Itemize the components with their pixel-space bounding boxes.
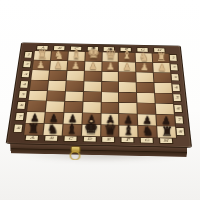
square — [137, 93, 155, 103]
square: ♟ — [67, 61, 84, 71]
rank-label: 3 — [21, 70, 31, 77]
white-pawn: ♟ — [137, 62, 154, 72]
square — [49, 70, 66, 80]
finial — [108, 121, 111, 124]
finial — [89, 119, 92, 122]
square — [155, 83, 172, 93]
square — [47, 91, 65, 101]
rank-label-cell: 1 — [23, 50, 34, 60]
square: ♟ — [153, 63, 170, 73]
file-label: B — [44, 135, 58, 141]
white-pawn: ♟ — [85, 61, 102, 71]
box-lid-seam — [10, 148, 187, 153]
rank-label: 5 — [18, 91, 28, 99]
square — [119, 72, 136, 82]
brass-clasp — [70, 146, 79, 152]
square — [31, 70, 49, 80]
square — [101, 103, 118, 114]
square: ♟ — [102, 62, 118, 72]
finial — [92, 46, 95, 48]
black-queen: ♛ — [101, 122, 119, 137]
rank-label: 4 — [19, 80, 29, 88]
square — [101, 92, 118, 102]
file-label: D — [82, 136, 96, 142]
rank-label: 2 — [22, 61, 32, 68]
square — [84, 71, 101, 81]
square — [66, 71, 83, 81]
board-frame: ABCDEFGH ABCDEFGH 12345678 12345678 ♜♞♝♚… — [7, 43, 191, 147]
square: ♞ — [138, 126, 156, 138]
square: ♝ — [120, 126, 138, 138]
square — [137, 82, 154, 92]
square: ♟ — [50, 61, 67, 71]
square — [154, 73, 171, 83]
square — [30, 80, 48, 90]
square — [138, 103, 156, 114]
square — [119, 92, 136, 102]
square — [156, 104, 174, 115]
square — [27, 101, 46, 112]
file-label: H — [159, 137, 173, 143]
white-pawn: ♟ — [67, 61, 84, 71]
black-knight: ♞ — [43, 122, 61, 135]
rank-label: 7 — [14, 112, 25, 120]
square: ♟ — [136, 62, 153, 72]
square: ♚ — [82, 125, 100, 137]
file-label: E — [101, 136, 115, 142]
chess-set: ABCDEFGH ABCDEFGH 12345678 12345678 ♜♞♝♚… — [13, 4, 187, 178]
white-pawn: ♟ — [102, 61, 119, 71]
square — [84, 81, 101, 91]
square — [65, 91, 83, 101]
black-bishop: ♝ — [120, 123, 138, 137]
white-queen: ♛ — [102, 48, 118, 61]
square: ♜ — [157, 126, 176, 138]
white-king: ♚ — [85, 47, 101, 62]
square: ♟ — [33, 60, 50, 70]
chess-board: ABCDEFGH ABCDEFGH 12345678 12345678 ♜♞♝♚… — [7, 43, 191, 147]
box-front-edge — [10, 143, 188, 157]
square: ♞ — [43, 124, 62, 136]
square — [64, 102, 82, 113]
square — [102, 72, 119, 82]
square — [29, 90, 47, 100]
clasp-ring — [69, 151, 80, 160]
square: ♟ — [119, 62, 135, 72]
square: ♜ — [24, 124, 43, 136]
black-knight: ♞ — [139, 124, 157, 137]
finial — [109, 48, 112, 50]
black-rook: ♜ — [158, 125, 176, 138]
square — [119, 103, 137, 114]
square — [83, 102, 101, 113]
square — [83, 92, 100, 102]
rank-label: 6 — [16, 101, 26, 109]
file-label: C — [63, 135, 77, 141]
square — [66, 81, 83, 91]
file-label: A — [25, 135, 40, 141]
square — [137, 72, 154, 82]
file-label: G — [140, 137, 154, 143]
square — [48, 80, 66, 90]
black-rook: ♜ — [24, 122, 42, 135]
black-bishop: ♝ — [62, 122, 80, 136]
square — [46, 101, 64, 112]
white-pawn: ♟ — [119, 62, 136, 72]
square: ♝ — [62, 124, 81, 136]
rank-label: 8 — [13, 124, 24, 133]
square — [101, 82, 118, 92]
square — [155, 93, 173, 103]
photo-background: ABCDEFGH ABCDEFGH 12345678 12345678 ♜♞♝♚… — [0, 0, 200, 200]
file-label: F — [121, 137, 135, 143]
black-king: ♚ — [82, 120, 100, 136]
rank-label: 1 — [24, 51, 33, 58]
white-pawn: ♟ — [33, 60, 50, 70]
board-grid: ♜♞♝♚♛♝♞♜♟♟♟♟♟♟♟♟♟♟♟♟♟♟♟♟♜♞♝♚♛♝♞♜ — [23, 50, 177, 138]
white-pawn: ♟ — [50, 60, 67, 70]
square: ♟ — [85, 61, 102, 71]
square — [119, 82, 136, 92]
square: ♛ — [101, 125, 119, 137]
white-pawn: ♟ — [154, 62, 171, 72]
